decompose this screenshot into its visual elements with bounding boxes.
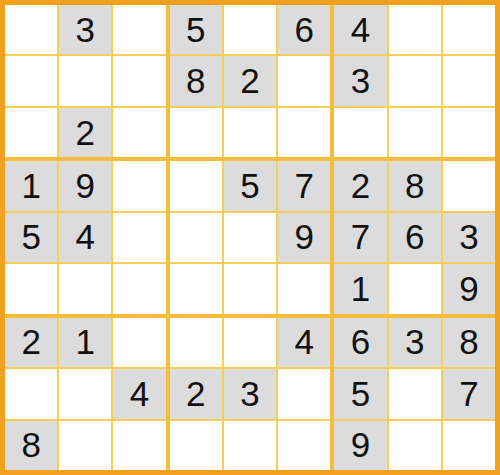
box-1-1: 32 xyxy=(5,5,166,157)
cell-r5c7[interactable]: 7 xyxy=(334,213,386,262)
cell-r8c5[interactable]: 3 xyxy=(224,369,276,418)
cell-r2c9[interactable] xyxy=(443,56,495,105)
cell-r5c5[interactable] xyxy=(224,213,276,262)
cell-r4c2[interactable]: 9 xyxy=(59,161,111,210)
cell-r3c5[interactable] xyxy=(224,108,276,157)
cell-r4c6[interactable]: 7 xyxy=(278,161,330,210)
cell-r9c6[interactable] xyxy=(278,421,330,470)
cell-r7c5[interactable] xyxy=(224,318,276,367)
cell-r8c6[interactable] xyxy=(278,369,330,418)
cell-r2c1[interactable] xyxy=(5,56,57,105)
cell-r5c6[interactable]: 9 xyxy=(278,213,330,262)
cell-r2c2[interactable] xyxy=(59,56,111,105)
cell-r2c7[interactable]: 3 xyxy=(334,56,386,105)
cell-r2c5[interactable]: 2 xyxy=(224,56,276,105)
cell-r6c6[interactable] xyxy=(278,264,330,313)
cell-r1c9[interactable] xyxy=(443,5,495,54)
cell-r7c7[interactable]: 6 xyxy=(334,318,386,367)
cell-r9c5[interactable] xyxy=(224,421,276,470)
cell-r2c3[interactable] xyxy=(113,56,165,105)
cell-r6c2[interactable] xyxy=(59,264,111,313)
cell-r3c9[interactable] xyxy=(443,108,495,157)
cell-r5c2[interactable]: 4 xyxy=(59,213,111,262)
cell-r7c2[interactable]: 1 xyxy=(59,318,111,367)
cell-r4c1[interactable]: 1 xyxy=(5,161,57,210)
cell-r7c9[interactable]: 8 xyxy=(443,318,495,367)
cell-r6c5[interactable] xyxy=(224,264,276,313)
cell-r4c8[interactable]: 8 xyxy=(389,161,441,210)
cell-r4c7[interactable]: 2 xyxy=(334,161,386,210)
cell-r5c1[interactable]: 5 xyxy=(5,213,57,262)
cell-r1c1[interactable] xyxy=(5,5,57,54)
cell-r6c9[interactable]: 9 xyxy=(443,264,495,313)
cell-r6c7[interactable]: 1 xyxy=(334,264,386,313)
cell-r9c9[interactable] xyxy=(443,421,495,470)
cell-r8c4[interactable]: 2 xyxy=(170,369,222,418)
cell-r5c3[interactable] xyxy=(113,213,165,262)
cell-r1c8[interactable] xyxy=(389,5,441,54)
cell-r7c3[interactable] xyxy=(113,318,165,367)
cell-r4c9[interactable] xyxy=(443,161,495,210)
cell-r9c3[interactable] xyxy=(113,421,165,470)
cell-r9c4[interactable] xyxy=(170,421,222,470)
cell-r6c8[interactable] xyxy=(389,264,441,313)
cell-r7c6[interactable]: 4 xyxy=(278,318,330,367)
cell-r1c3[interactable] xyxy=(113,5,165,54)
cell-r4c4[interactable] xyxy=(170,161,222,210)
cell-r8c8[interactable] xyxy=(389,369,441,418)
cell-r3c4[interactable] xyxy=(170,108,222,157)
cell-r7c4[interactable] xyxy=(170,318,222,367)
cell-r5c9[interactable]: 3 xyxy=(443,213,495,262)
cell-r5c4[interactable] xyxy=(170,213,222,262)
box-1-3: 43 xyxy=(334,5,495,157)
cell-r6c4[interactable] xyxy=(170,264,222,313)
cell-r9c7[interactable]: 9 xyxy=(334,421,386,470)
cell-r1c4[interactable]: 5 xyxy=(170,5,222,54)
box-3-1: 2148 xyxy=(5,318,166,470)
cell-r3c3[interactable] xyxy=(113,108,165,157)
box-3-2: 423 xyxy=(170,318,331,470)
cell-r2c8[interactable] xyxy=(389,56,441,105)
cell-r3c1[interactable] xyxy=(5,108,57,157)
cell-r3c2[interactable]: 2 xyxy=(59,108,111,157)
box-2-2: 579 xyxy=(170,161,331,313)
cell-r7c1[interactable]: 2 xyxy=(5,318,57,367)
cell-r8c1[interactable] xyxy=(5,369,57,418)
cell-r1c2[interactable]: 3 xyxy=(59,5,111,54)
cell-r9c1[interactable]: 8 xyxy=(5,421,57,470)
cell-r6c3[interactable] xyxy=(113,264,165,313)
cell-r3c6[interactable] xyxy=(278,108,330,157)
cell-r8c2[interactable] xyxy=(59,369,111,418)
box-2-1: 1954 xyxy=(5,161,166,313)
cell-r6c1[interactable] xyxy=(5,264,57,313)
box-1-2: 5682 xyxy=(170,5,331,157)
cell-r8c9[interactable]: 7 xyxy=(443,369,495,418)
cell-r5c8[interactable]: 6 xyxy=(389,213,441,262)
sudoku-board: 32568243195457928763192148423638579 xyxy=(0,0,500,475)
cell-r1c6[interactable]: 6 xyxy=(278,5,330,54)
cell-r1c5[interactable] xyxy=(224,5,276,54)
box-2-3: 2876319 xyxy=(334,161,495,313)
cell-r9c2[interactable] xyxy=(59,421,111,470)
cell-r7c8[interactable]: 3 xyxy=(389,318,441,367)
cell-r4c3[interactable] xyxy=(113,161,165,210)
cell-r4c5[interactable]: 5 xyxy=(224,161,276,210)
cell-r8c3[interactable]: 4 xyxy=(113,369,165,418)
cell-r2c4[interactable]: 8 xyxy=(170,56,222,105)
cell-r8c7[interactable]: 5 xyxy=(334,369,386,418)
cell-r9c8[interactable] xyxy=(389,421,441,470)
cell-r1c7[interactable]: 4 xyxy=(334,5,386,54)
box-3-3: 638579 xyxy=(334,318,495,470)
cell-r2c6[interactable] xyxy=(278,56,330,105)
cell-r3c8[interactable] xyxy=(389,108,441,157)
cell-r3c7[interactable] xyxy=(334,108,386,157)
